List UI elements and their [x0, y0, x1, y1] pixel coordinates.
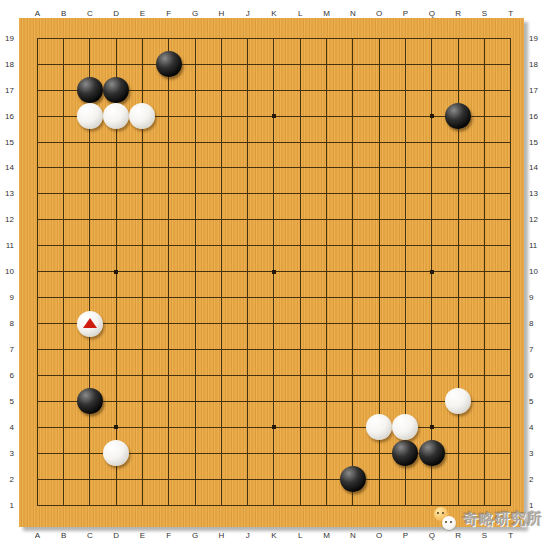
row-label: 8 — [0, 318, 14, 329]
row-label: 17 — [529, 85, 549, 96]
row-label: 12 — [0, 214, 14, 225]
row-label: 5 — [0, 396, 14, 407]
grid-line — [37, 375, 511, 376]
black-stone — [156, 51, 182, 77]
column-label: D — [103, 530, 129, 541]
white-stone — [129, 103, 155, 129]
grid-line — [37, 401, 511, 402]
white-stone — [103, 440, 129, 466]
row-label: 6 — [0, 370, 14, 381]
go-board — [19, 18, 524, 527]
row-label: 1 — [0, 500, 14, 511]
column-label: F — [156, 530, 182, 541]
row-label: 8 — [529, 318, 549, 329]
row-label: 2 — [529, 474, 549, 485]
row-label: 14 — [0, 162, 14, 173]
white-stone — [366, 414, 392, 440]
white-stone — [77, 103, 103, 129]
grid-line — [37, 323, 511, 324]
white-stone — [445, 388, 471, 414]
grid-line — [326, 38, 327, 506]
row-label: 11 — [0, 240, 14, 251]
row-label: 7 — [0, 344, 14, 355]
row-label: 3 — [529, 448, 549, 459]
star-point — [114, 425, 118, 429]
row-label: 5 — [529, 396, 549, 407]
watermark: 奇略研究所 — [433, 504, 543, 534]
black-stone — [392, 440, 418, 466]
white-stone — [103, 103, 129, 129]
column-label: N — [340, 530, 366, 541]
black-stone — [77, 388, 103, 414]
black-stone — [419, 440, 445, 466]
black-stone — [340, 466, 366, 492]
column-label: P — [393, 530, 419, 541]
row-label: 7 — [529, 344, 549, 355]
row-label: 19 — [529, 33, 549, 44]
grid-line — [37, 479, 511, 480]
black-stone — [77, 77, 103, 103]
white-stone — [77, 311, 103, 337]
column-label: L — [287, 530, 313, 541]
star-point — [272, 425, 276, 429]
column-label: K — [261, 530, 287, 541]
mascot-two-faces-icon — [433, 506, 460, 533]
row-label: 9 — [529, 292, 549, 303]
row-label: 10 — [529, 266, 549, 277]
column-label: O — [366, 530, 392, 541]
star-point — [272, 114, 276, 118]
grid-line — [37, 349, 511, 350]
row-label: 18 — [529, 59, 549, 70]
black-stone — [445, 103, 471, 129]
watermark-text: 奇略研究所 — [463, 510, 543, 529]
grid-line — [37, 297, 511, 298]
row-label: 14 — [529, 162, 549, 173]
white-stone — [392, 414, 418, 440]
row-label: 18 — [0, 59, 14, 70]
row-label: 13 — [0, 188, 14, 199]
grid-line — [352, 38, 353, 506]
star-point — [272, 270, 276, 274]
column-label: A — [24, 530, 50, 541]
row-label: 9 — [0, 292, 14, 303]
row-label: 3 — [0, 448, 14, 459]
row-label: 15 — [0, 137, 14, 148]
row-label: 16 — [529, 111, 549, 122]
column-label: J — [235, 530, 261, 541]
row-label: 2 — [0, 474, 14, 485]
black-stone — [103, 77, 129, 103]
star-point — [430, 114, 434, 118]
star-point — [114, 270, 118, 274]
column-label: G — [182, 530, 208, 541]
column-label: E — [130, 530, 156, 541]
row-label: 16 — [0, 111, 14, 122]
grid-line — [510, 38, 511, 506]
row-label: 10 — [0, 266, 14, 277]
last-move-marker-triangle — [83, 318, 97, 328]
column-label: M — [314, 530, 340, 541]
row-label: 13 — [529, 188, 549, 199]
board-grid — [37, 38, 510, 505]
row-label: 4 — [0, 422, 14, 433]
row-label: 19 — [0, 33, 14, 44]
grid-line — [300, 38, 301, 506]
column-label: H — [208, 530, 234, 541]
column-label: B — [51, 530, 77, 541]
row-label: 12 — [529, 214, 549, 225]
grid-line — [484, 38, 485, 506]
column-label: C — [77, 530, 103, 541]
row-label: 15 — [529, 137, 549, 148]
mascot-white-face — [442, 516, 456, 530]
row-label: 17 — [0, 85, 14, 96]
star-point — [430, 425, 434, 429]
row-label: 6 — [529, 370, 549, 381]
go-diagram-page: ABCDEFGHJKLMNOPQRST ABCDEFGHJKLMNOPQRST … — [0, 0, 550, 550]
row-label: 4 — [529, 422, 549, 433]
row-label: 11 — [529, 240, 549, 251]
star-point — [430, 270, 434, 274]
